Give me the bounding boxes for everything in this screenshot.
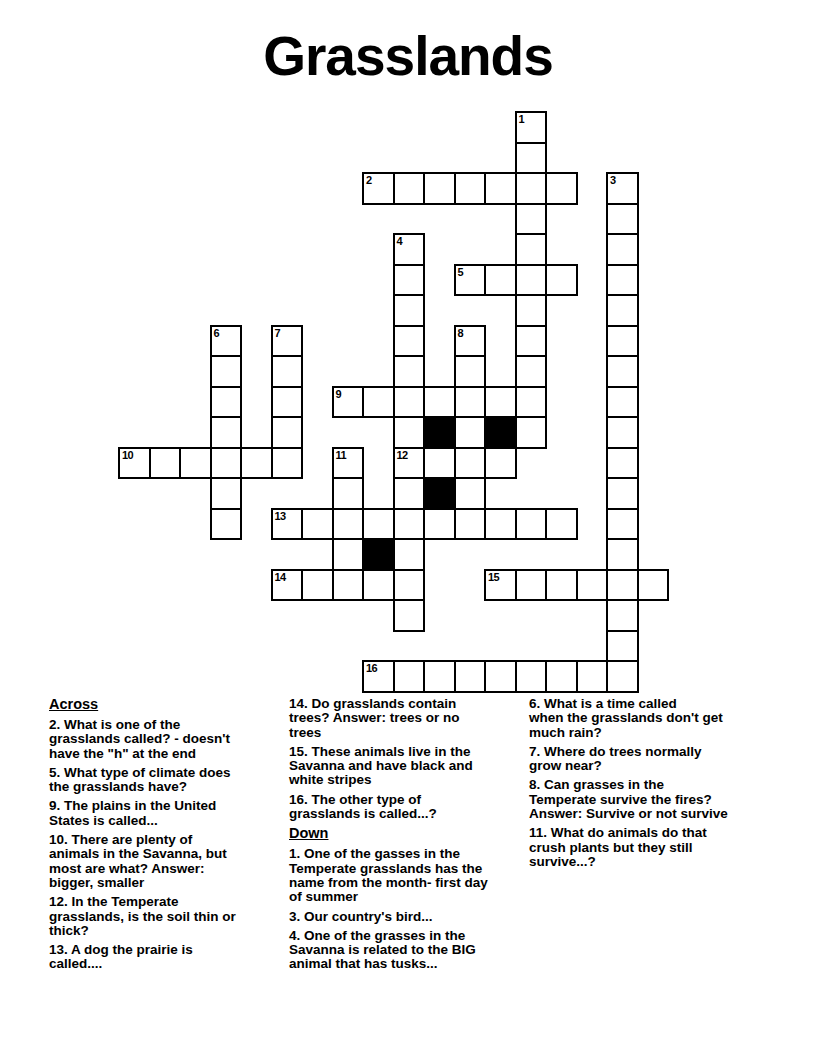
clue-8-down: 8. Can grasses in the Temperate survive … [529, 778, 779, 821]
clue-number: 1 [519, 113, 525, 125]
grid-cell[interactable] [423, 386, 456, 419]
grid-cell[interactable] [423, 660, 456, 693]
black-cell [423, 416, 456, 449]
grid-cell[interactable] [515, 569, 548, 602]
puzzle-title: Grasslands [0, 24, 816, 88]
clue-number: 10 [122, 449, 133, 461]
grid-cell[interactable] [606, 477, 639, 510]
grid-cell[interactable] [179, 447, 212, 480]
grid-cell[interactable] [210, 416, 243, 449]
grid-cell[interactable] [606, 447, 639, 480]
grid-cell[interactable] [454, 660, 487, 693]
across-header: Across [49, 697, 299, 712]
grid-cell[interactable] [515, 660, 548, 693]
clue-12-across: 12. In the Temperate grasslands, is the … [49, 895, 299, 938]
clue-number: 8 [458, 327, 464, 339]
grid-cell[interactable] [393, 264, 426, 297]
grid-cell[interactable] [454, 416, 487, 449]
grid-cell[interactable] [515, 416, 548, 449]
grid-cell[interactable] [423, 508, 456, 541]
grid-cell[interactable] [606, 325, 639, 358]
clue-9-across: 9. The plains in the United States is ca… [49, 799, 299, 828]
grid-cell[interactable] [271, 416, 304, 449]
grid-cell[interactable]: 15 [484, 569, 517, 602]
grid-cell[interactable]: 10 [118, 447, 151, 480]
clue-number: 7 [275, 327, 281, 339]
grid-cell[interactable] [545, 264, 578, 297]
down-header: Down [289, 826, 539, 841]
grid-cell[interactable] [393, 325, 426, 358]
grid-cell[interactable] [484, 386, 517, 419]
clue-10-across: 10. There are plenty of animals in the S… [49, 833, 299, 890]
grid-cell[interactable] [484, 660, 517, 693]
clue-number: 13 [275, 510, 286, 522]
grid-cell[interactable] [515, 142, 548, 175]
grid-cell[interactable]: 16 [362, 660, 395, 693]
grid-cell[interactable] [454, 447, 487, 480]
grid-cell[interactable] [637, 569, 670, 602]
grid-cell[interactable] [271, 355, 304, 388]
clue-number: 12 [397, 449, 408, 461]
grid-cell[interactable] [606, 294, 639, 327]
grid-cell[interactable] [454, 355, 487, 388]
clue-4-down: 4. One of the grasses in the Savanna is … [289, 929, 539, 972]
grid-cell[interactable]: 2 [362, 172, 395, 205]
clue-1-down: 1. One of the gasses in the Temperate gr… [289, 847, 539, 904]
grid-cell[interactable] [606, 355, 639, 388]
grid-cell[interactable] [332, 538, 365, 571]
grid-cell[interactable] [606, 264, 639, 297]
clue-number: 5 [458, 266, 464, 278]
grid-cell[interactable] [210, 386, 243, 419]
grid-cell[interactable]: 9 [332, 386, 365, 419]
grid-cell[interactable] [515, 172, 548, 205]
grid-cell[interactable] [515, 325, 548, 358]
clue-15-across: 15. These animals live in the Savanna an… [289, 745, 539, 788]
grid-cell[interactable] [515, 386, 548, 419]
grid-cell[interactable] [393, 599, 426, 632]
grid-cell[interactable]: 3 [606, 172, 639, 205]
grid-cell[interactable] [576, 569, 609, 602]
grid-cell[interactable] [454, 508, 487, 541]
grid-cell[interactable] [271, 386, 304, 419]
grid-cell[interactable] [210, 477, 243, 510]
grid-cell[interactable] [362, 386, 395, 419]
grid-cell[interactable] [515, 508, 548, 541]
grid-cell[interactable] [545, 172, 578, 205]
clue-number: 15 [488, 571, 499, 583]
grid-cell[interactable] [515, 355, 548, 388]
clue-column-right: 6. What is a time called when the grassl… [529, 697, 779, 874]
grid-cell[interactable] [393, 569, 426, 602]
clue-14-across: 14. Do grasslands contain trees? Answer:… [289, 697, 539, 740]
grid-cell[interactable] [362, 508, 395, 541]
clue-number: 2 [366, 174, 372, 186]
grid-cell[interactable]: 8 [454, 325, 487, 358]
grid-cell[interactable] [210, 508, 243, 541]
grid-cell[interactable] [393, 172, 426, 205]
grid-cell[interactable] [393, 477, 426, 510]
clue-number: 14 [275, 571, 286, 583]
grid-cell[interactable]: 11 [332, 447, 365, 480]
grid-cell[interactable]: 4 [393, 233, 426, 266]
grid-cell[interactable] [149, 447, 182, 480]
grid-cell[interactable]: 13 [271, 508, 304, 541]
grid-cell[interactable]: 5 [454, 264, 487, 297]
grid-cell[interactable]: 6 [210, 325, 243, 358]
grid-cell[interactable] [515, 264, 548, 297]
grid-cell[interactable] [454, 386, 487, 419]
grid-cell[interactable] [606, 660, 639, 693]
clue-11-down: 11. What do animals do that crush plants… [529, 826, 779, 869]
clue-3-down: 3. Our country's bird... [289, 910, 539, 924]
grid-cell[interactable] [393, 386, 426, 419]
clue-13-across: 13. A dog the prairie is called.... [49, 943, 299, 972]
grid-cell[interactable] [606, 386, 639, 419]
grid-cell[interactable] [210, 447, 243, 480]
grid-cell[interactable] [271, 447, 304, 480]
grid-cell[interactable] [545, 569, 578, 602]
grid-cell[interactable] [484, 172, 517, 205]
crossword-grid: 12345678910111213141516 [118, 111, 669, 693]
grid-cell[interactable] [484, 508, 517, 541]
grid-cell[interactable] [393, 355, 426, 388]
grid-cell[interactable] [423, 447, 456, 480]
grid-cell[interactable] [332, 477, 365, 510]
clue-column-left: Across2. What is one of the grasslands c… [49, 697, 299, 977]
clue-number: 6 [214, 327, 220, 339]
clue-5-across: 5. What type of climate does the grassla… [49, 766, 299, 795]
grid-cell[interactable] [362, 569, 395, 602]
grid-cell[interactable] [210, 355, 243, 388]
grid-cell[interactable] [240, 447, 273, 480]
grid-cell[interactable] [454, 172, 487, 205]
grid-cell[interactable] [393, 508, 426, 541]
grid-cell[interactable] [515, 233, 548, 266]
grid-cell[interactable] [301, 508, 334, 541]
clue-column-middle: 14. Do grasslands contain trees? Answer:… [289, 697, 539, 977]
grid-cell[interactable]: 12 [393, 447, 426, 480]
clue-number: 9 [336, 388, 342, 400]
grid-cell[interactable] [606, 233, 639, 266]
grid-cell[interactable] [606, 416, 639, 449]
grid-cell[interactable] [606, 508, 639, 541]
clue-number: 4 [397, 235, 403, 247]
grid-cell[interactable] [606, 569, 639, 602]
grid-cell[interactable] [515, 203, 548, 236]
grid-cell[interactable] [576, 660, 609, 693]
grid-cell[interactable] [606, 599, 639, 632]
clue-16-across: 16. The other type of grasslands is call… [289, 793, 539, 822]
page: { "game": "crossword", "title": "Grassla… [0, 0, 816, 1056]
grid-cell[interactable] [332, 508, 365, 541]
grid-cell[interactable] [484, 264, 517, 297]
clue-7-down: 7. Where do trees normally grow near? [529, 745, 779, 774]
grid-cell[interactable] [393, 660, 426, 693]
grid-cell[interactable] [545, 660, 578, 693]
black-cell [423, 477, 456, 510]
grid-cell[interactable] [332, 569, 365, 602]
clue-number: 16 [366, 662, 377, 674]
grid-cell[interactable] [606, 630, 639, 663]
grid-cell[interactable] [423, 172, 456, 205]
grid-cell[interactable]: 14 [271, 569, 304, 602]
grid-cell[interactable] [301, 569, 334, 602]
grid-cell[interactable] [515, 294, 548, 327]
grid-cell[interactable] [606, 538, 639, 571]
black-cell [362, 538, 395, 571]
clue-2-across: 2. What is one of the grasslands called?… [49, 718, 299, 761]
clue-6-down: 6. What is a time called when the grassl… [529, 697, 779, 740]
grid-cell[interactable]: 1 [515, 111, 548, 144]
grid-cell[interactable] [545, 508, 578, 541]
grid-cell[interactable] [393, 416, 426, 449]
black-cell [484, 416, 517, 449]
grid-cell[interactable]: 7 [271, 325, 304, 358]
clue-number: 3 [610, 174, 616, 186]
grid-cell[interactable] [606, 203, 639, 236]
clue-number: 11 [336, 449, 347, 461]
grid-cell[interactable] [454, 477, 487, 510]
grid-cell[interactable] [393, 538, 426, 571]
grid-cell[interactable] [484, 447, 517, 480]
grid-cell[interactable] [393, 294, 426, 327]
